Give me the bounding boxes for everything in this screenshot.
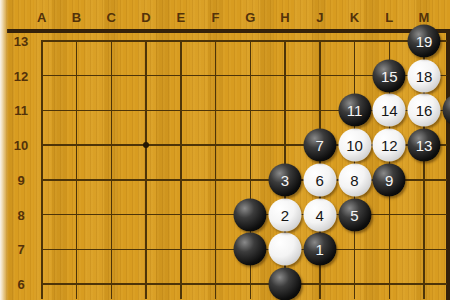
board-crop-border-top [7,29,450,33]
row-label-9: 9 [17,172,24,187]
stone-black-G7-setup [234,233,267,266]
stone-white-K10-move-10: 10 [338,129,371,162]
col-label-D: D [141,10,150,25]
grid-vline-E [180,40,182,299]
go-board-diagram[interactable]: ABCDEFGHJKLM131211109876 123456789101112… [0,0,450,300]
stone-white-J9-move-6: 6 [303,163,336,196]
row-label-10: 10 [14,138,28,153]
row-label-11: 11 [14,103,28,118]
stone-black-J7-move-1: 1 [303,233,336,266]
row-label-8: 8 [17,207,24,222]
col-label-K: K [350,10,359,25]
stone-white-J8-move-4: 4 [303,198,336,231]
stone-black-J10-move-7: 7 [303,129,336,162]
row-label-6: 6 [17,277,24,292]
stone-black-H9-move-3: 3 [269,163,302,196]
col-label-L: L [385,10,393,25]
stone-black-N11-move-17: 17 [442,94,450,127]
col-label-A: A [37,10,46,25]
row-label-7: 7 [17,242,24,257]
col-label-C: C [107,10,116,25]
stone-black-L9-move-9: 9 [373,163,406,196]
stone-white-H7-setup [269,233,302,266]
row-label-13: 13 [14,33,28,48]
stone-black-L12-move-15: 15 [373,59,406,92]
stone-white-L11-move-14: 14 [373,94,406,127]
col-label-F: F [212,10,220,25]
col-label-M: M [419,10,430,25]
stone-white-H8-move-2: 2 [269,198,302,231]
col-label-B: B [72,10,81,25]
col-label-H: H [280,10,289,25]
stone-black-G8-setup [234,198,267,231]
grid-vline-F [215,40,217,299]
stone-black-M10-move-13: 13 [408,129,441,162]
board-left-edge-highlight [0,0,8,300]
stone-white-K9-move-8: 8 [338,163,371,196]
stone-black-H6-setup [269,268,302,300]
stone-white-M11-move-16: 16 [408,94,441,127]
col-label-G: G [245,10,255,25]
grid-hline-13 [42,40,447,42]
stone-black-K11-move-11: 11 [338,94,371,127]
col-label-J: J [316,10,323,25]
stone-white-M12-move-18: 18 [408,59,441,92]
grid-vline-A [41,40,43,299]
grid-vline-D [145,40,147,299]
stone-black-K8-move-5: 5 [338,198,371,231]
stone-white-L10-move-12: 12 [373,129,406,162]
grid-hline-6 [42,283,447,285]
row-label-12: 12 [14,68,28,83]
board-crop-border-right [446,29,450,300]
star-point-D10 [143,142,149,148]
col-label-E: E [176,10,185,25]
grid-vline-C [111,40,113,299]
stone-black-M13-move-19: 19 [408,24,441,57]
grid-vline-B [76,40,78,299]
